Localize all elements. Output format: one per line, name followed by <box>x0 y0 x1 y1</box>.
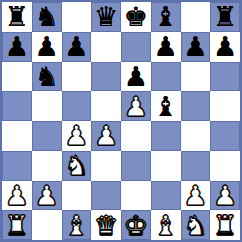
square-b1[interactable] <box>32 210 62 240</box>
square-d5[interactable] <box>91 91 121 121</box>
piece-black-pawn[interactable]: ♟ <box>124 62 148 91</box>
piece-white-pawn[interactable]: ♟ <box>35 181 59 210</box>
square-g2[interactable]: ♟ <box>181 181 211 211</box>
square-b4[interactable] <box>32 121 62 151</box>
square-h2[interactable]: ♟ <box>210 181 240 211</box>
square-f6[interactable] <box>151 62 181 92</box>
square-b6[interactable]: ♞ <box>32 62 62 92</box>
square-b5[interactable] <box>32 91 62 121</box>
chess-board: ♜♞♛♚♝♜♟♟♟♟♟♟♞♟♟♝♟♟♞♟♟♟♟♜♝♛♚♝♞♜ <box>0 0 242 242</box>
square-f8[interactable]: ♝ <box>151 2 181 32</box>
square-c5[interactable] <box>62 91 92 121</box>
square-a1[interactable]: ♜ <box>2 210 32 240</box>
square-g1[interactable]: ♞ <box>181 210 211 240</box>
piece-white-bishop[interactable]: ♝ <box>154 211 178 240</box>
square-e5[interactable]: ♟ <box>121 91 151 121</box>
square-f1[interactable]: ♝ <box>151 210 181 240</box>
piece-black-king[interactable]: ♚ <box>124 2 148 31</box>
piece-black-knight[interactable]: ♞ <box>35 2 59 31</box>
square-h5[interactable] <box>210 91 240 121</box>
square-g5[interactable] <box>181 91 211 121</box>
square-a4[interactable] <box>2 121 32 151</box>
square-h3[interactable] <box>210 151 240 181</box>
piece-white-pawn[interactable]: ♟ <box>64 121 88 150</box>
square-h1[interactable]: ♜ <box>210 210 240 240</box>
piece-black-pawn[interactable]: ♟ <box>183 32 207 61</box>
square-d1[interactable]: ♛ <box>91 210 121 240</box>
piece-white-knight[interactable]: ♞ <box>64 151 88 180</box>
square-f5[interactable]: ♝ <box>151 91 181 121</box>
piece-black-pawn[interactable]: ♟ <box>213 32 237 61</box>
square-f7[interactable]: ♟ <box>151 32 181 62</box>
piece-white-pawn[interactable]: ♟ <box>213 181 237 210</box>
square-e3[interactable] <box>121 151 151 181</box>
square-e6[interactable]: ♟ <box>121 62 151 92</box>
square-h8[interactable]: ♜ <box>210 2 240 32</box>
piece-white-knight[interactable]: ♞ <box>183 211 207 240</box>
square-c8[interactable] <box>62 2 92 32</box>
square-d6[interactable] <box>91 62 121 92</box>
square-d7[interactable] <box>91 32 121 62</box>
square-d3[interactable] <box>91 151 121 181</box>
square-g8[interactable] <box>181 2 211 32</box>
square-b8[interactable]: ♞ <box>32 2 62 32</box>
piece-black-bishop[interactable]: ♝ <box>154 2 178 31</box>
square-c4[interactable]: ♟ <box>62 121 92 151</box>
piece-black-pawn[interactable]: ♟ <box>35 32 59 61</box>
square-e8[interactable]: ♚ <box>121 2 151 32</box>
piece-black-pawn[interactable]: ♟ <box>64 32 88 61</box>
square-a2[interactable]: ♟ <box>2 181 32 211</box>
square-d2[interactable] <box>91 181 121 211</box>
piece-white-pawn[interactable]: ♟ <box>183 181 207 210</box>
square-g4[interactable] <box>181 121 211 151</box>
square-a6[interactable] <box>2 62 32 92</box>
square-a7[interactable]: ♟ <box>2 32 32 62</box>
square-e1[interactable]: ♚ <box>121 210 151 240</box>
square-f2[interactable] <box>151 181 181 211</box>
square-b3[interactable] <box>32 151 62 181</box>
piece-white-pawn[interactable]: ♟ <box>94 121 118 150</box>
square-d8[interactable]: ♛ <box>91 2 121 32</box>
square-f3[interactable] <box>151 151 181 181</box>
square-f4[interactable] <box>151 121 181 151</box>
square-b7[interactable]: ♟ <box>32 32 62 62</box>
square-b2[interactable]: ♟ <box>32 181 62 211</box>
square-g7[interactable]: ♟ <box>181 32 211 62</box>
square-c6[interactable] <box>62 62 92 92</box>
piece-white-rook[interactable]: ♜ <box>5 211 29 240</box>
square-e7[interactable] <box>121 32 151 62</box>
square-g3[interactable] <box>181 151 211 181</box>
piece-black-pawn[interactable]: ♟ <box>154 32 178 61</box>
piece-white-pawn[interactable]: ♟ <box>124 92 148 121</box>
piece-black-pawn[interactable]: ♟ <box>5 32 29 61</box>
piece-black-queen[interactable]: ♛ <box>94 2 118 31</box>
piece-white-bishop[interactable]: ♝ <box>64 211 88 240</box>
square-c3[interactable]: ♞ <box>62 151 92 181</box>
square-d4[interactable]: ♟ <box>91 121 121 151</box>
square-e4[interactable] <box>121 121 151 151</box>
piece-white-queen[interactable]: ♛ <box>94 211 118 240</box>
square-e2[interactable] <box>121 181 151 211</box>
square-c7[interactable]: ♟ <box>62 32 92 62</box>
square-h4[interactable] <box>210 121 240 151</box>
piece-black-bishop[interactable]: ♝ <box>154 92 178 121</box>
square-h6[interactable] <box>210 62 240 92</box>
piece-black-rook[interactable]: ♜ <box>213 2 237 31</box>
square-c1[interactable]: ♝ <box>62 210 92 240</box>
piece-black-knight[interactable]: ♞ <box>35 62 59 91</box>
piece-white-pawn[interactable]: ♟ <box>5 181 29 210</box>
square-g6[interactable] <box>181 62 211 92</box>
piece-white-king[interactable]: ♚ <box>124 211 148 240</box>
square-h7[interactable]: ♟ <box>210 32 240 62</box>
square-a5[interactable] <box>2 91 32 121</box>
piece-white-rook[interactable]: ♜ <box>213 211 237 240</box>
square-c2[interactable] <box>62 181 92 211</box>
piece-black-rook[interactable]: ♜ <box>5 2 29 31</box>
square-a8[interactable]: ♜ <box>2 2 32 32</box>
square-a3[interactable] <box>2 151 32 181</box>
